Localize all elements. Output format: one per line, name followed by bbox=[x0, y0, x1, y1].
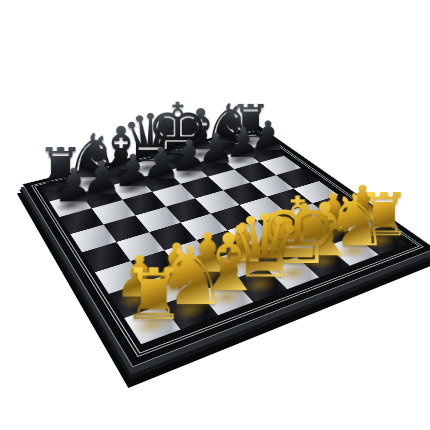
white-rook-glyph: ♜ bbox=[89, 262, 218, 329]
product-photo-stage: ♜♞♝♛♚♝♞♜♟♟♟♟♟♟♟♟♟♟♟♟♟♟♟♟♜♞♝♛♚♝♞♜ bbox=[0, 0, 430, 430]
frame-pinstripe-inner: ♜♞♝♛♚♝♞♜♟♟♟♟♟♟♟♟♟♟♟♟♟♟♟♟♜♞♝♛♚♝♞♜ bbox=[34, 131, 420, 354]
frame-pinstripe-outer: ♜♞♝♛♚♝♞♜♟♟♟♟♟♟♟♟♟♟♟♟♟♟♟♟♜♞♝♛♚♝♞♜ bbox=[31, 129, 424, 357]
board-grid: ♜♞♝♛♚♝♞♜♟♟♟♟♟♟♟♟♟♟♟♟♟♟♟♟♜♞♝♛♚♝♞♜ bbox=[40, 133, 409, 344]
square-a1[interactable]: ♜ bbox=[124, 304, 180, 344]
chess-board: ♜♞♝♛♚♝♞♜♟♟♟♟♟♟♟♟♟♟♟♟♟♟♟♟♜♞♝♛♚♝♞♜ bbox=[22, 126, 430, 368]
black-pawn-glyph: ♟ bbox=[24, 163, 123, 207]
board-frame: ♜♞♝♛♚♝♞♜♟♟♟♟♟♟♟♟♟♟♟♟♟♟♟♟♜♞♝♛♚♝♞♜ bbox=[22, 126, 430, 368]
